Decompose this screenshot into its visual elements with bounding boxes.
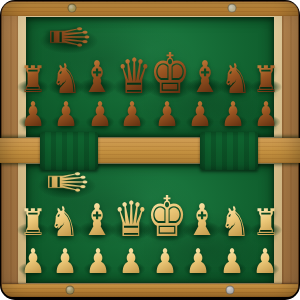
dark-pawn[interactable]: ♟ [220,98,245,132]
dark-pawn[interactable]: ♟ [53,98,78,132]
light-queen[interactable]: ♛ [113,194,149,243]
light-pawn[interactable]: ♟ [219,245,244,279]
light-pawn[interactable]: ♟ [118,245,143,279]
dark-pawn[interactable]: ♟ [20,98,45,132]
magnet-pin [226,286,235,295]
light-king[interactable]: ♚ [146,188,187,244]
light-knight[interactable]: ♞ [49,200,79,241]
pieces-layer: ♛♜♞♝♛♚♝♞♜♟♟♟♟♟♟♟♟♛♜♞♝♛♚♝♞♜♟♟♟♟♟♟♟♟ [0,0,300,300]
light-pawn[interactable]: ♟ [20,245,45,279]
dark-rook[interactable]: ♜ [20,61,47,98]
dark-bishop[interactable]: ♝ [81,55,113,99]
dark-queen[interactable]: ♛ [116,51,152,100]
dark-rook[interactable]: ♜ [253,61,280,98]
light-rook[interactable]: ♜ [20,204,47,241]
magnet-pin [68,4,77,13]
light-rook[interactable]: ♜ [253,204,280,241]
light-bishop[interactable]: ♝ [186,198,218,242]
dark-king[interactable]: ♚ [149,45,190,101]
chess-box-photo: ♛♜♞♝♛♚♝♞♜♟♟♟♟♟♟♟♟♛♜♞♝♛♚♝♞♜♟♟♟♟♟♟♟♟ [0,0,300,300]
dark-bishop[interactable]: ♝ [189,55,221,99]
light-knight[interactable]: ♞ [220,200,250,241]
dark-queen-lying[interactable]: ♛ [42,24,96,50]
light-bishop[interactable]: ♝ [81,198,113,242]
light-pawn[interactable]: ♟ [152,245,177,279]
light-pawn[interactable]: ♟ [185,245,210,279]
light-pawn[interactable]: ♟ [252,245,277,279]
magnet-pin [66,286,75,295]
dark-pawn[interactable]: ♟ [119,98,144,132]
magnet-pin [228,4,237,13]
dark-pawn[interactable]: ♟ [253,98,278,132]
light-pawn[interactable]: ♟ [85,245,110,279]
light-queen-lying[interactable]: ♛ [40,169,94,195]
dark-knight[interactable]: ♞ [51,57,81,98]
light-pawn[interactable]: ♟ [52,245,77,279]
dark-pawn[interactable]: ♟ [187,98,212,132]
dark-knight[interactable]: ♞ [221,57,251,98]
dark-pawn[interactable]: ♟ [87,98,112,132]
dark-pawn[interactable]: ♟ [154,98,179,132]
